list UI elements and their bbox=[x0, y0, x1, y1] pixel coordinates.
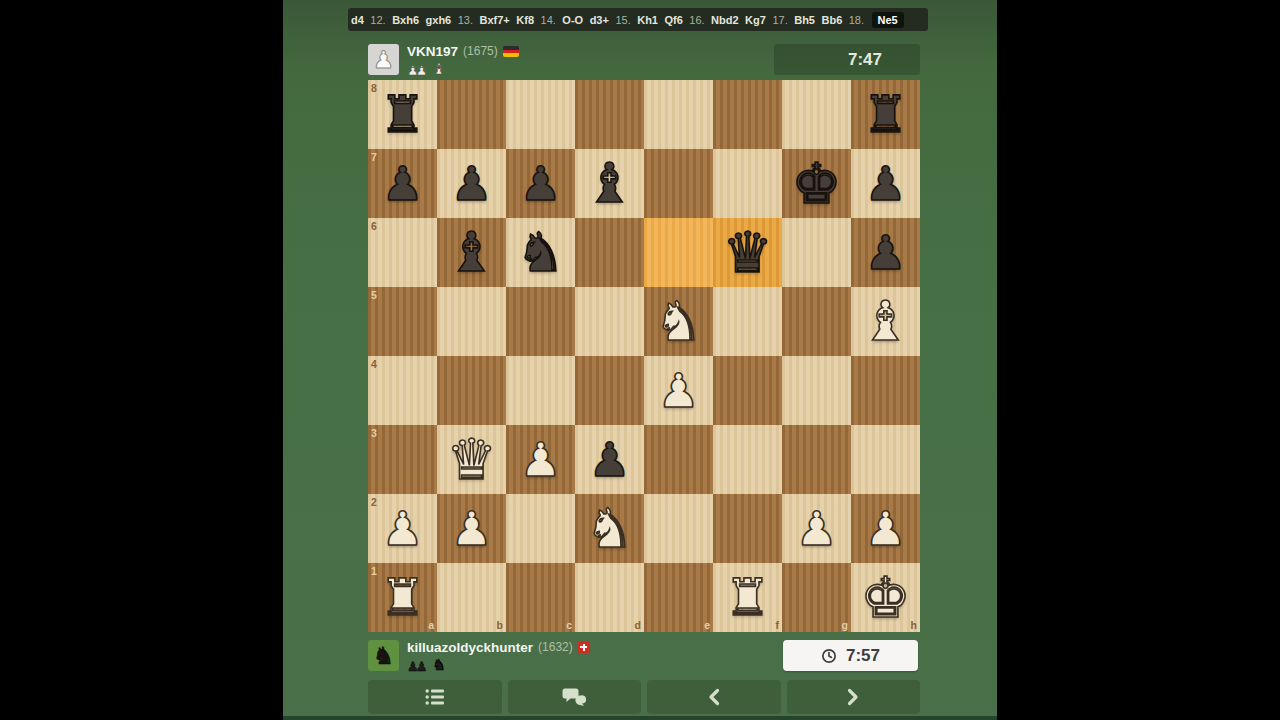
square-a2[interactable]: 2♟ bbox=[368, 494, 437, 563]
white-pawn[interactable]: ♟ bbox=[506, 425, 575, 494]
square-g1[interactable]: g bbox=[782, 563, 851, 632]
move-number[interactable]: 14. bbox=[541, 14, 556, 26]
square-b2[interactable]: ♟ bbox=[437, 494, 506, 563]
move-number[interactable]: 18. bbox=[849, 14, 864, 26]
move-san[interactable]: d3+ bbox=[590, 14, 609, 26]
square-e4[interactable]: ♟ bbox=[644, 356, 713, 425]
square-e1[interactable]: e bbox=[644, 563, 713, 632]
moves-list-button[interactable] bbox=[368, 680, 502, 714]
white-pawn[interactable]: ♟ bbox=[644, 356, 713, 425]
black-pawn[interactable]: ♟ bbox=[506, 149, 575, 218]
white-bishop[interactable]: ♝ bbox=[851, 287, 920, 356]
square-h7[interactable]: ♟ bbox=[851, 149, 920, 218]
square-a8[interactable]: 8♜ bbox=[368, 80, 437, 149]
square-d7[interactable]: ♝ bbox=[575, 149, 644, 218]
captured-pawn-icon: ♟ bbox=[416, 64, 428, 77]
top-player-rating: (1675) bbox=[463, 44, 498, 58]
square-b1[interactable]: b bbox=[437, 563, 506, 632]
video-bottom-edge bbox=[283, 716, 997, 720]
square-d2[interactable]: ♞ bbox=[575, 494, 644, 563]
square-f3[interactable] bbox=[713, 425, 782, 494]
square-e8[interactable] bbox=[644, 80, 713, 149]
game-toolbar bbox=[368, 680, 920, 714]
top-player-row: ♟ VKN197 (1675) ♟♟♝ 7:47 bbox=[368, 43, 920, 79]
move-number[interactable]: 15. bbox=[615, 14, 630, 26]
square-g8[interactable] bbox=[782, 80, 851, 149]
square-g5[interactable] bbox=[782, 287, 851, 356]
black-knight-avatar-icon: ♞ bbox=[373, 644, 395, 668]
square-g2[interactable]: ♟ bbox=[782, 494, 851, 563]
chat-icon bbox=[562, 687, 586, 707]
square-h8[interactable]: ♜ bbox=[851, 80, 920, 149]
clock-icon bbox=[821, 648, 837, 664]
square-b5[interactable] bbox=[437, 287, 506, 356]
square-d3[interactable]: ♟ bbox=[575, 425, 644, 494]
white-pawn-avatar-icon: ♟ bbox=[373, 48, 395, 72]
top-player-clock: 7:47 bbox=[774, 44, 920, 75]
move-san[interactable]: Bb6 bbox=[821, 14, 842, 26]
square-f8[interactable] bbox=[713, 80, 782, 149]
move-number[interactable]: 16. bbox=[689, 14, 704, 26]
file-label-b: b bbox=[497, 619, 503, 631]
square-e5[interactable]: ♞ bbox=[644, 287, 713, 356]
move-san[interactable]: Bh5 bbox=[794, 14, 815, 26]
square-h2[interactable]: ♟ bbox=[851, 494, 920, 563]
move-san[interactable]: Nbd2 bbox=[711, 14, 739, 26]
square-f7[interactable] bbox=[713, 149, 782, 218]
rank-label-4: 4 bbox=[371, 358, 377, 370]
move-san[interactable]: Qf6 bbox=[664, 14, 682, 26]
rank-label-3: 3 bbox=[371, 427, 377, 439]
square-h3[interactable] bbox=[851, 425, 920, 494]
square-b7[interactable]: ♟ bbox=[437, 149, 506, 218]
top-player-info: VKN197 (1675) ♟♟♝ bbox=[407, 43, 519, 77]
square-g4[interactable] bbox=[782, 356, 851, 425]
black-rook[interactable]: ♜ bbox=[368, 80, 437, 149]
bottom-player-rating: (1632) bbox=[538, 640, 573, 654]
current-move-chip[interactable]: Ne5 bbox=[872, 12, 904, 28]
rank-label-6: 6 bbox=[371, 220, 377, 232]
square-f1[interactable]: f♜ bbox=[713, 563, 782, 632]
square-a7[interactable]: 7♟ bbox=[368, 149, 437, 218]
black-bishop[interactable]: ♝ bbox=[575, 149, 644, 218]
white-pawn[interactable]: ♟ bbox=[782, 494, 851, 563]
black-pawn[interactable]: ♟ bbox=[851, 218, 920, 287]
white-king[interactable]: ♚ bbox=[851, 563, 920, 632]
square-c6[interactable]: ♞ bbox=[506, 218, 575, 287]
bottom-player-row: ♞ killuazoldyckhunter (1632) ♟♟♞ 7:57 bbox=[368, 639, 920, 675]
top-player-captured-pieces: ♟♟♝ bbox=[407, 61, 519, 77]
white-rook[interactable]: ♜ bbox=[368, 563, 437, 632]
white-queen[interactable]: ♛ bbox=[437, 425, 506, 494]
move-list[interactable]: d412.Bxh6gxh613.Bxf7+Kf814.O-Od3+15.Kh1Q… bbox=[348, 8, 928, 31]
black-queen[interactable]: ♛ bbox=[713, 218, 782, 287]
square-c8[interactable] bbox=[506, 80, 575, 149]
forward-button[interactable] bbox=[787, 680, 921, 714]
square-b4[interactable] bbox=[437, 356, 506, 425]
moves-list-icon bbox=[425, 688, 445, 706]
square-f5[interactable] bbox=[713, 287, 782, 356]
white-pawn[interactable]: ♟ bbox=[368, 494, 437, 563]
square-e7[interactable] bbox=[644, 149, 713, 218]
captured-pawn-icon: ♟ bbox=[416, 660, 428, 673]
black-pawn[interactable]: ♟ bbox=[368, 149, 437, 218]
square-c1[interactable]: c bbox=[506, 563, 575, 632]
black-knight[interactable]: ♞ bbox=[506, 218, 575, 287]
square-g6[interactable] bbox=[782, 218, 851, 287]
bottom-player-clock: 7:57 bbox=[783, 640, 918, 671]
germany-flag-icon bbox=[503, 46, 519, 57]
square-a4[interactable]: 4 bbox=[368, 356, 437, 425]
square-h5[interactable]: ♝ bbox=[851, 287, 920, 356]
square-a6[interactable]: 6 bbox=[368, 218, 437, 287]
square-c2[interactable] bbox=[506, 494, 575, 563]
bottom-player-name[interactable]: killuazoldyckhunter bbox=[407, 640, 533, 655]
square-f6[interactable]: ♛ bbox=[713, 218, 782, 287]
move-number[interactable]: 17. bbox=[772, 14, 787, 26]
square-d1[interactable]: d bbox=[575, 563, 644, 632]
square-h1[interactable]: h♚ bbox=[851, 563, 920, 632]
square-d4[interactable] bbox=[575, 356, 644, 425]
square-g7[interactable]: ♚ bbox=[782, 149, 851, 218]
move-san[interactable]: O-O bbox=[562, 14, 583, 26]
square-d8[interactable] bbox=[575, 80, 644, 149]
switzerland-flag-icon bbox=[578, 641, 590, 653]
move-number[interactable]: 12. bbox=[370, 14, 385, 26]
black-pawn[interactable]: ♟ bbox=[437, 149, 506, 218]
black-pawn[interactable]: ♟ bbox=[851, 149, 920, 218]
move-san[interactable]: d4 bbox=[351, 14, 364, 26]
white-pawn[interactable]: ♟ bbox=[851, 494, 920, 563]
move-san[interactable]: Bxh6 bbox=[392, 14, 419, 26]
square-d6[interactable] bbox=[575, 218, 644, 287]
square-d5[interactable] bbox=[575, 287, 644, 356]
black-rook[interactable]: ♜ bbox=[851, 80, 920, 149]
file-label-g: g bbox=[842, 619, 848, 631]
square-e2[interactable] bbox=[644, 494, 713, 563]
chat-button[interactable] bbox=[508, 680, 642, 714]
file-label-e: e bbox=[704, 619, 710, 631]
square-f4[interactable] bbox=[713, 356, 782, 425]
square-h6[interactable]: ♟ bbox=[851, 218, 920, 287]
square-f2[interactable] bbox=[713, 494, 782, 563]
square-b6[interactable]: ♝ bbox=[437, 218, 506, 287]
back-button[interactable] bbox=[647, 680, 781, 714]
bottom-player-info: killuazoldyckhunter (1632) ♟♟♞ bbox=[407, 639, 590, 673]
square-c4[interactable] bbox=[506, 356, 575, 425]
bottom-player-captured-pieces: ♟♟♞ bbox=[407, 657, 590, 673]
captured-knight-icon: ♞ bbox=[432, 658, 445, 673]
move-san[interactable]: Kh1 bbox=[637, 14, 658, 26]
move-san[interactable]: Bxf7+ bbox=[480, 14, 510, 26]
move-san[interactable]: Kg7 bbox=[745, 14, 766, 26]
white-pawn[interactable]: ♟ bbox=[437, 494, 506, 563]
square-b8[interactable] bbox=[437, 80, 506, 149]
square-c7[interactable]: ♟ bbox=[506, 149, 575, 218]
square-a5[interactable]: 5 bbox=[368, 287, 437, 356]
black-pawn[interactable]: ♟ bbox=[575, 425, 644, 494]
white-knight[interactable]: ♞ bbox=[644, 287, 713, 356]
white-rook[interactable]: ♜ bbox=[713, 563, 782, 632]
square-a3[interactable]: 3 bbox=[368, 425, 437, 494]
square-g3[interactable] bbox=[782, 425, 851, 494]
white-knight[interactable]: ♞ bbox=[575, 494, 644, 563]
bottom-player-clock-time: 7:57 bbox=[846, 646, 880, 666]
square-a1[interactable]: 1a♜ bbox=[368, 563, 437, 632]
file-label-c: c bbox=[566, 619, 572, 631]
bottom-player-avatar[interactable]: ♞ bbox=[368, 640, 399, 671]
file-label-d: d bbox=[635, 619, 641, 631]
rank-label-5: 5 bbox=[371, 289, 377, 301]
black-king[interactable]: ♚ bbox=[782, 149, 851, 218]
square-e6[interactable] bbox=[644, 218, 713, 287]
chevron-left-icon bbox=[707, 688, 721, 706]
move-san[interactable]: gxh6 bbox=[426, 14, 452, 26]
move-number[interactable]: 13. bbox=[458, 14, 473, 26]
move-san[interactable]: Kf8 bbox=[516, 14, 534, 26]
top-player-avatar[interactable]: ♟ bbox=[368, 44, 399, 75]
top-player-name[interactable]: VKN197 bbox=[407, 44, 458, 59]
square-h4[interactable] bbox=[851, 356, 920, 425]
chevron-right-icon bbox=[846, 688, 860, 706]
square-c5[interactable] bbox=[506, 287, 575, 356]
square-c3[interactable]: ♟ bbox=[506, 425, 575, 494]
captured-bishop-icon: ♝ bbox=[432, 62, 445, 77]
chess-board[interactable]: 8♜♜7♟♟♟♝♚♟6♝♞♛♟5♞♝4♟3♛♟♟2♟♟♞♟♟1a♜bcdef♜g… bbox=[368, 80, 920, 632]
video-frame: d412.Bxh6gxh613.Bxf7+Kf814.O-Od3+15.Kh1Q… bbox=[283, 0, 997, 720]
square-b3[interactable]: ♛ bbox=[437, 425, 506, 494]
square-e3[interactable] bbox=[644, 425, 713, 494]
black-bishop[interactable]: ♝ bbox=[437, 218, 506, 287]
